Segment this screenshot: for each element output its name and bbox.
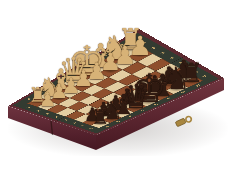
piece-black-rook[interactable]: ♜ [92,108,110,128]
pieces-layer: ♜♞♝♛♚♝♞♜♟♟♟♟♟♟♟♟♟♟♟♟♟♟♟♟♜♞♝♛♚♝♞♜ [0,0,236,177]
piece-white-pawn[interactable]: ♟ [39,90,56,109]
chess-set-photo: 1122334455667788AABBCCDDEEFFGGHH ♜♞♝♛♚♝♞… [0,0,236,177]
